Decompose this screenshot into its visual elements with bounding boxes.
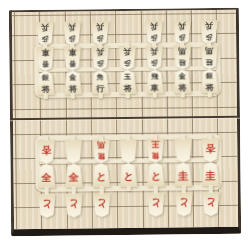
- sprue-tab: [209, 188, 213, 193]
- shogi-piece[interactable]: と: [92, 193, 110, 217]
- runner-slot: 飛車: [146, 70, 164, 94]
- piece-kanji: 全: [42, 171, 52, 182]
- sprue-tab: [44, 94, 48, 99]
- piece-kanji: 龍: [97, 152, 104, 160]
- runner-slot: 歩兵: [118, 46, 136, 70]
- sprue-tab: [207, 41, 211, 46]
- piece-kanji: 兵: [205, 21, 213, 30]
- sprue-tab: [126, 93, 130, 98]
- piece-kanji: 杏: [205, 144, 215, 155]
- shogi-piece[interactable]: と: [202, 192, 220, 216]
- runner-slot: 香車: [36, 47, 54, 71]
- piece-kanji: 龍: [152, 152, 159, 160]
- shogi-piece[interactable]: 飛車: [146, 70, 164, 94]
- sprue-tab: [98, 93, 102, 98]
- sprue-tab: [208, 134, 212, 139]
- runner-slot: 全: [65, 163, 83, 187]
- runner-slot: と: [147, 193, 165, 217]
- sprue-tab: [126, 135, 130, 140]
- piece-row: とととととと: [38, 192, 220, 218]
- piece-kanji: 兵: [151, 47, 159, 56]
- shogi-piece[interactable]: 圭: [174, 162, 192, 186]
- shogi-piece[interactable]: 全: [37, 164, 55, 188]
- runner-slot: と: [92, 193, 110, 217]
- runner-slot: [65, 139, 83, 163]
- piece-kanji: 将: [206, 83, 214, 92]
- runner-slot: 金将: [173, 69, 191, 93]
- board-fold-hinge: [10, 116, 240, 120]
- piece-kanji: 歩: [151, 59, 158, 67]
- sprue-tab: [152, 42, 156, 47]
- shogi-piece[interactable]: と: [147, 163, 165, 187]
- sprue-tab: [180, 41, 184, 46]
- shogi-piece-blank-back[interactable]: [174, 138, 192, 162]
- piece-kanji: 香: [42, 60, 49, 68]
- runner-slot: 杏: [37, 140, 55, 164]
- shogi-piece[interactable]: 金将: [64, 70, 82, 94]
- piece-kanji: 車: [151, 84, 159, 93]
- shogi-piece[interactable]: と: [65, 193, 83, 217]
- piece-kanji: と: [151, 198, 161, 209]
- runner-slot: 銀将: [36, 71, 54, 95]
- piece-kanji: 歩: [206, 33, 213, 41]
- runner-slot: 圭: [201, 162, 219, 186]
- shogi-piece[interactable]: 龍馬: [92, 139, 110, 163]
- sprue-tab: [153, 93, 157, 98]
- shogi-piece[interactable]: 歩兵: [91, 46, 109, 70]
- piece-kanji: 歩: [124, 59, 131, 67]
- shogi-piece[interactable]: と: [38, 194, 56, 218]
- bottom-piece-runner: 杏龍馬龍王杏全全ととと圭圭とととととと: [12, 10, 236, 12]
- piece-kanji: 歩: [42, 35, 49, 43]
- sprue-tab: [98, 42, 102, 47]
- shogi-piece[interactable]: と: [147, 193, 165, 217]
- piece-kanji: 玉: [124, 73, 131, 81]
- runner-slot: 金将: [64, 70, 82, 94]
- piece-kanji: 圭: [205, 170, 215, 181]
- piece-kanji: 将: [124, 84, 132, 93]
- sprue-tab: [99, 189, 103, 194]
- shogi-piece[interactable]: と: [92, 163, 110, 187]
- photo-background: 歩兵歩兵歩兵歩兵歩兵歩兵香車香車歩兵歩兵歩兵桂馬桂馬銀将金将角行玉将飛車金将銀将…: [0, 0, 250, 244]
- piece-kanji: 圭: [178, 170, 188, 181]
- sprue-tab: [71, 94, 75, 99]
- piece-kanji: 兵: [123, 47, 131, 56]
- piece-kanji: 将: [42, 85, 50, 94]
- piece-kanji: と: [96, 171, 106, 182]
- piece-kanji: 杏: [41, 145, 51, 156]
- runner-slot: と: [119, 163, 137, 187]
- sprue-tab: [45, 190, 49, 195]
- piece-kanji: 馬: [178, 46, 186, 55]
- sprue-tab: [154, 189, 158, 194]
- piece-kanji: 歩: [69, 35, 76, 43]
- shogi-piece[interactable]: 角行: [91, 70, 109, 94]
- piece-kanji: 全: [69, 171, 79, 182]
- sprue-tab: [44, 136, 48, 141]
- piece-kanji: 馬: [205, 46, 213, 55]
- shogi-piece[interactable]: 杏: [37, 140, 55, 164]
- piece-kanji: 兵: [96, 47, 104, 56]
- piece-kanji: 車: [69, 48, 77, 57]
- piece-kanji: 銀: [42, 74, 49, 82]
- piece-kanji: 車: [41, 48, 49, 57]
- piece-kanji: と: [69, 199, 79, 210]
- runner-slot: [174, 138, 192, 162]
- piece-kanji: 飛: [151, 73, 158, 81]
- piece-kanji: 行: [96, 84, 104, 93]
- runner-slot: 圭: [174, 162, 192, 186]
- runner-slot: 全: [37, 164, 55, 188]
- shogi-piece[interactable]: 銀将: [200, 69, 218, 93]
- piece-kanji: 兵: [96, 22, 104, 31]
- piece-kanji: 歩: [96, 34, 103, 42]
- sprue-tab: [71, 136, 75, 141]
- shogi-piece[interactable]: と: [119, 163, 137, 187]
- piece-kanji: と: [123, 170, 133, 181]
- piece-kanji: 歩: [151, 34, 158, 42]
- runner-slot: 玉将: [118, 70, 136, 94]
- runner-slot: 銀将: [200, 69, 218, 93]
- sprue-tab: [99, 135, 103, 140]
- runner-slot: 香車: [64, 46, 82, 70]
- piece-kanji: 将: [178, 83, 186, 92]
- runner-slot: 角行: [91, 70, 109, 94]
- top-piece-runner: 歩兵歩兵歩兵歩兵歩兵歩兵香車香車歩兵歩兵歩兵桂馬桂馬銀将金将角行玉将飛車金将銀将: [12, 10, 236, 12]
- runner-slot: [119, 139, 137, 163]
- piece-kanji: 兵: [150, 22, 158, 31]
- runner-slot: と: [38, 194, 56, 218]
- shogi-piece-blank-back[interactable]: [119, 139, 137, 163]
- runner-slot: と: [92, 163, 110, 187]
- runner-slot: 歩兵: [91, 46, 109, 70]
- shogi-piece[interactable]: 圭: [201, 162, 219, 186]
- sprue-tab: [181, 188, 185, 193]
- shogi-piece-blank-back[interactable]: [65, 139, 83, 163]
- piece-kanji: 兵: [68, 23, 76, 32]
- runner-slot: と: [174, 192, 192, 216]
- piece-kanji: 金: [69, 74, 76, 82]
- sprue-tab: [70, 43, 74, 48]
- runner-slot: 龍馬: [92, 139, 110, 163]
- runner-slot: と: [65, 193, 83, 217]
- shogi-piece[interactable]: と: [174, 192, 192, 216]
- shogi-piece[interactable]: 杏: [201, 138, 219, 162]
- shogi-piece[interactable]: 歩兵: [118, 46, 136, 70]
- sprue-tab: [125, 42, 129, 47]
- shogi-piece[interactable]: 香車: [36, 47, 54, 71]
- piece-kanji: 歩: [96, 59, 103, 67]
- piece-kanji: 馬: [97, 140, 105, 149]
- sprue-tab: [181, 134, 185, 139]
- piece-row: 全全ととと圭圭: [37, 162, 219, 188]
- runner-slot: 桂馬: [173, 45, 191, 69]
- piece-kanji: と: [96, 199, 106, 210]
- shogi-piece[interactable]: 玉将: [118, 70, 136, 94]
- shogi-piece[interactable]: 歩兵: [146, 46, 164, 70]
- sprue-tab: [72, 190, 76, 195]
- shogi-piece[interactable]: 桂馬: [200, 45, 218, 69]
- piece-kanji: 兵: [178, 21, 186, 30]
- runner-slot: 龍王: [146, 139, 164, 163]
- piece-kanji: 将: [69, 85, 77, 94]
- shogi-piece[interactable]: 全: [65, 163, 83, 187]
- piece-kanji: 桂: [206, 58, 213, 66]
- piece-kanji: と: [151, 170, 161, 181]
- piece-kanji: と: [206, 198, 216, 209]
- runner-slot: と: [147, 163, 165, 187]
- shogi-piece[interactable]: 桂馬: [173, 45, 191, 69]
- piece-kanji: 金: [179, 72, 186, 80]
- piece-kanji: 王: [151, 140, 159, 149]
- shogi-piece[interactable]: 龍王: [146, 139, 164, 163]
- piece-kanji: と: [178, 198, 188, 209]
- sprue-tab: [153, 135, 157, 140]
- piece-kanji: 角: [97, 73, 104, 81]
- shogi-piece[interactable]: 金将: [173, 69, 191, 93]
- runner-slot: 桂馬: [200, 45, 218, 69]
- piece-kanji: 銀: [206, 72, 213, 80]
- piece-kanji: 兵: [41, 23, 49, 32]
- empty-runner-slot: [120, 193, 138, 217]
- piece-kanji: 桂: [178, 58, 185, 66]
- piece-row: 銀将金将角行玉将飛車金将銀将: [36, 69, 218, 95]
- piece-kanji: 歩: [178, 33, 185, 41]
- sprue-tab: [43, 43, 47, 48]
- piece-kanji: 香: [69, 60, 76, 68]
- sprue-tab: [208, 92, 212, 97]
- shogi-board[interactable]: 歩兵歩兵歩兵歩兵歩兵歩兵香車香車歩兵歩兵歩兵桂馬桂馬銀将金将角行玉将飛車金将銀将…: [9, 8, 241, 236]
- runner-slot: と: [202, 192, 220, 216]
- piece-row: 杏龍馬龍王杏: [37, 138, 219, 164]
- sprue-tab: [127, 186, 131, 191]
- piece-kanji: と: [42, 199, 52, 210]
- runner-slot: 歩兵: [146, 46, 164, 70]
- piece-row: 香車香車歩兵歩兵歩兵桂馬桂馬: [36, 45, 218, 71]
- shogi-piece[interactable]: 香車: [64, 46, 82, 70]
- shogi-piece[interactable]: 銀将: [36, 71, 54, 95]
- sprue-tab: [180, 92, 184, 97]
- runner-slot: 杏: [201, 138, 219, 162]
